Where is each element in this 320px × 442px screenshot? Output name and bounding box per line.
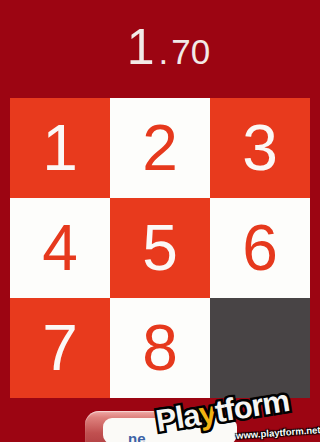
app-screen: 1.70 1 2 3 4 5 6 7 8 ne Playtform www.pl… (0, 0, 320, 442)
empty-cell (210, 298, 310, 398)
tile-8[interactable]: 8 (110, 298, 210, 398)
tile-7[interactable]: 7 (10, 298, 110, 398)
tile-2[interactable]: 2 (110, 98, 210, 198)
popup-new-game-button[interactable]: ne (128, 430, 146, 442)
tile-4[interactable]: 4 (10, 198, 110, 298)
timer: 1.70 (0, 21, 320, 85)
timer-seconds: 1 (127, 19, 155, 75)
tile-3[interactable]: 3 (210, 98, 310, 198)
tile-1[interactable]: 1 (10, 98, 110, 198)
watermark-text-pla: Pla (153, 397, 201, 438)
tile-5[interactable]: 5 (110, 198, 210, 298)
puzzle-board: 1 2 3 4 5 6 7 8 (10, 98, 310, 398)
watermark-url: www.playtform.net (236, 424, 320, 441)
timer-hundredths: 70 (171, 32, 210, 71)
timer-separator: . (159, 32, 169, 71)
tile-6[interactable]: 6 (210, 198, 310, 298)
